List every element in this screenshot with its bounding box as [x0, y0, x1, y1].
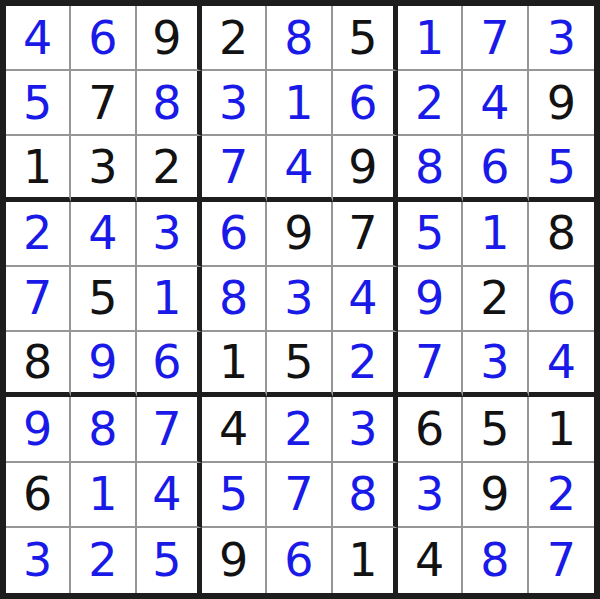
cell-r8c7[interactable]: 3: [398, 463, 463, 528]
cell-r1c6[interactable]: 5: [333, 6, 398, 71]
cell-r5c8[interactable]: 2: [463, 267, 528, 332]
cell-r9c1[interactable]: 3: [6, 528, 71, 593]
cell-r1c3[interactable]: 9: [137, 6, 202, 71]
cell-r3c6[interactable]: 9: [333, 136, 398, 201]
cell-r1c5[interactable]: 8: [267, 6, 332, 71]
cell-r7c2[interactable]: 8: [71, 397, 136, 462]
cell-r8c5[interactable]: 7: [267, 463, 332, 528]
cell-r2c7[interactable]: 2: [398, 71, 463, 136]
cell-r3c8[interactable]: 6: [463, 136, 528, 201]
cell-r1c9[interactable]: 3: [529, 6, 594, 71]
cell-r3c1[interactable]: 1: [6, 136, 71, 201]
cell-r8c1[interactable]: 6: [6, 463, 71, 528]
cell-r7c7[interactable]: 6: [398, 397, 463, 462]
cell-r5c5[interactable]: 3: [267, 267, 332, 332]
cell-r4c2[interactable]: 4: [71, 202, 136, 267]
cell-r9c9[interactable]: 7: [529, 528, 594, 593]
cell-r3c4[interactable]: 7: [202, 136, 267, 201]
cell-r1c2[interactable]: 6: [71, 6, 136, 71]
cell-r2c4[interactable]: 3: [202, 71, 267, 136]
cell-r1c1[interactable]: 4: [6, 6, 71, 71]
cell-r3c7[interactable]: 8: [398, 136, 463, 201]
cell-r7c1[interactable]: 9: [6, 397, 71, 462]
cell-r7c5[interactable]: 2: [267, 397, 332, 462]
sudoku-board-frame: 4692851735783162491327498652436975187518…: [0, 0, 600, 599]
cell-r4c3[interactable]: 3: [137, 202, 202, 267]
cell-r2c8[interactable]: 4: [463, 71, 528, 136]
cell-r2c1[interactable]: 5: [6, 71, 71, 136]
cell-r6c2[interactable]: 9: [71, 332, 136, 397]
cell-r2c9[interactable]: 9: [529, 71, 594, 136]
cell-r8c4[interactable]: 5: [202, 463, 267, 528]
cell-r9c8[interactable]: 8: [463, 528, 528, 593]
cell-r7c6[interactable]: 3: [333, 397, 398, 462]
cell-r6c3[interactable]: 6: [137, 332, 202, 397]
cell-r5c1[interactable]: 7: [6, 267, 71, 332]
cell-r8c2[interactable]: 1: [71, 463, 136, 528]
cell-r9c5[interactable]: 6: [267, 528, 332, 593]
cell-r7c9[interactable]: 1: [529, 397, 594, 462]
cell-r5c7[interactable]: 9: [398, 267, 463, 332]
cell-r8c9[interactable]: 2: [529, 463, 594, 528]
cell-r5c2[interactable]: 5: [71, 267, 136, 332]
cell-r5c4[interactable]: 8: [202, 267, 267, 332]
sudoku-board: 4692851735783162491327498652436975187518…: [6, 6, 594, 593]
cell-r4c1[interactable]: 2: [6, 202, 71, 267]
cell-r7c8[interactable]: 5: [463, 397, 528, 462]
cell-r6c7[interactable]: 7: [398, 332, 463, 397]
cell-r3c2[interactable]: 3: [71, 136, 136, 201]
cell-r7c3[interactable]: 7: [137, 397, 202, 462]
cell-r9c6[interactable]: 1: [333, 528, 398, 593]
cell-r3c3[interactable]: 2: [137, 136, 202, 201]
cell-r4c4[interactable]: 6: [202, 202, 267, 267]
cell-r6c9[interactable]: 4: [529, 332, 594, 397]
cell-r1c7[interactable]: 1: [398, 6, 463, 71]
cell-r5c6[interactable]: 4: [333, 267, 398, 332]
cell-r2c6[interactable]: 6: [333, 71, 398, 136]
cell-r2c3[interactable]: 8: [137, 71, 202, 136]
cell-r4c8[interactable]: 1: [463, 202, 528, 267]
cell-r8c6[interactable]: 8: [333, 463, 398, 528]
cell-r9c4[interactable]: 9: [202, 528, 267, 593]
cell-r1c8[interactable]: 7: [463, 6, 528, 71]
cell-r6c5[interactable]: 5: [267, 332, 332, 397]
cell-r3c9[interactable]: 5: [529, 136, 594, 201]
cell-r8c8[interactable]: 9: [463, 463, 528, 528]
cell-r6c6[interactable]: 2: [333, 332, 398, 397]
cell-r5c9[interactable]: 6: [529, 267, 594, 332]
cell-r4c5[interactable]: 9: [267, 202, 332, 267]
cell-r9c3[interactable]: 5: [137, 528, 202, 593]
cell-r9c7[interactable]: 4: [398, 528, 463, 593]
cell-r8c3[interactable]: 4: [137, 463, 202, 528]
cell-r7c4[interactable]: 4: [202, 397, 267, 462]
cell-r6c1[interactable]: 8: [6, 332, 71, 397]
cell-r9c2[interactable]: 2: [71, 528, 136, 593]
cell-r5c3[interactable]: 1: [137, 267, 202, 332]
cell-r4c9[interactable]: 8: [529, 202, 594, 267]
cell-r3c5[interactable]: 4: [267, 136, 332, 201]
cell-r1c4[interactable]: 2: [202, 6, 267, 71]
cell-r4c7[interactable]: 5: [398, 202, 463, 267]
cell-r2c5[interactable]: 1: [267, 71, 332, 136]
cell-r2c2[interactable]: 7: [71, 71, 136, 136]
cell-r6c8[interactable]: 3: [463, 332, 528, 397]
cell-r6c4[interactable]: 1: [202, 332, 267, 397]
cell-r4c6[interactable]: 7: [333, 202, 398, 267]
